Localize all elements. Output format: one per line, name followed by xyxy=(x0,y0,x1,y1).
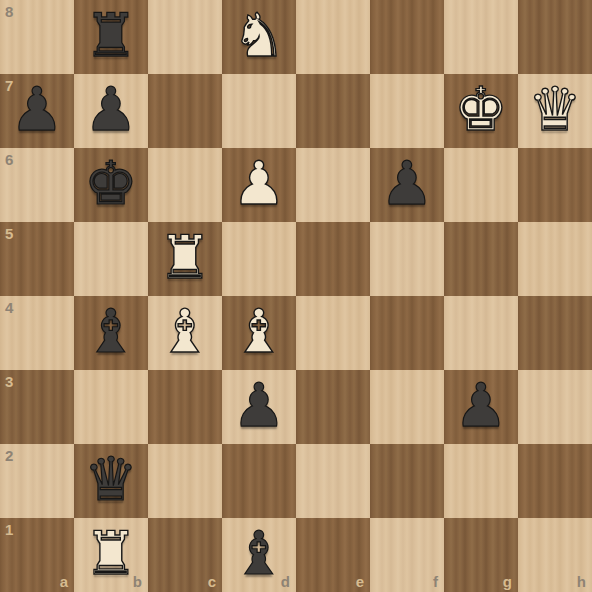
square-h4[interactable] xyxy=(518,296,592,370)
piece-white-knight[interactable]: ♞ xyxy=(232,5,286,65)
square-f7[interactable] xyxy=(370,74,444,148)
square-b1[interactable]: b♜ xyxy=(74,518,148,592)
square-b6[interactable]: ♚ xyxy=(74,148,148,222)
piece-black-pawn[interactable]: ♟ xyxy=(10,79,64,139)
piece-white-bishop[interactable]: ♝ xyxy=(158,301,212,361)
square-g3[interactable]: ♟ xyxy=(444,370,518,444)
square-h7[interactable]: ♛ xyxy=(518,74,592,148)
square-d8[interactable]: ♞ xyxy=(222,0,296,74)
square-e6[interactable] xyxy=(296,148,370,222)
square-h2[interactable] xyxy=(518,444,592,518)
square-g7[interactable]: ♚ xyxy=(444,74,518,148)
square-d1[interactable]: d♝ xyxy=(222,518,296,592)
piece-white-bishop[interactable]: ♝ xyxy=(232,301,286,361)
piece-white-rook[interactable]: ♜ xyxy=(84,523,138,583)
square-g4[interactable] xyxy=(444,296,518,370)
file-label: h xyxy=(577,574,586,589)
square-c3[interactable] xyxy=(148,370,222,444)
square-f6[interactable]: ♟ xyxy=(370,148,444,222)
square-h1[interactable]: h xyxy=(518,518,592,592)
square-c8[interactable] xyxy=(148,0,222,74)
file-label: e xyxy=(356,574,364,589)
square-f8[interactable] xyxy=(370,0,444,74)
square-g5[interactable] xyxy=(444,222,518,296)
square-h5[interactable] xyxy=(518,222,592,296)
square-g6[interactable] xyxy=(444,148,518,222)
square-a1[interactable]: 1a xyxy=(0,518,74,592)
square-c7[interactable] xyxy=(148,74,222,148)
square-b2[interactable]: ♛ xyxy=(74,444,148,518)
rank-label: 5 xyxy=(5,226,13,241)
square-h3[interactable] xyxy=(518,370,592,444)
piece-black-bishop[interactable]: ♝ xyxy=(84,301,138,361)
square-a5[interactable]: 5 xyxy=(0,222,74,296)
square-c6[interactable] xyxy=(148,148,222,222)
piece-black-rook[interactable]: ♜ xyxy=(84,5,138,65)
square-d7[interactable] xyxy=(222,74,296,148)
rank-label: 6 xyxy=(5,152,13,167)
square-a2[interactable]: 2 xyxy=(0,444,74,518)
file-label: c xyxy=(208,574,216,589)
square-d6[interactable]: ♟ xyxy=(222,148,296,222)
rank-label: 2 xyxy=(5,448,13,463)
square-f4[interactable] xyxy=(370,296,444,370)
file-label: g xyxy=(503,574,512,589)
square-a7[interactable]: 7♟ xyxy=(0,74,74,148)
square-a3[interactable]: 3 xyxy=(0,370,74,444)
square-h8[interactable] xyxy=(518,0,592,74)
piece-black-queen[interactable]: ♛ xyxy=(84,449,138,509)
chess-board: 8♜♞7♟♟♚♛6♚♟♟5♜4♝♝♝3♟♟2♛1ab♜cd♝efgh xyxy=(0,0,592,592)
square-h6[interactable] xyxy=(518,148,592,222)
piece-black-king[interactable]: ♚ xyxy=(84,153,138,213)
square-c4[interactable]: ♝ xyxy=(148,296,222,370)
square-c1[interactable]: c xyxy=(148,518,222,592)
square-f3[interactable] xyxy=(370,370,444,444)
file-label: a xyxy=(60,574,68,589)
file-label: f xyxy=(433,574,438,589)
piece-black-pawn[interactable]: ♟ xyxy=(232,375,286,435)
square-g2[interactable] xyxy=(444,444,518,518)
piece-black-pawn[interactable]: ♟ xyxy=(380,153,434,213)
piece-white-king[interactable]: ♚ xyxy=(454,79,508,139)
piece-black-pawn[interactable]: ♟ xyxy=(84,79,138,139)
square-e4[interactable] xyxy=(296,296,370,370)
rank-label: 1 xyxy=(5,522,13,537)
square-a6[interactable]: 6 xyxy=(0,148,74,222)
square-e5[interactable] xyxy=(296,222,370,296)
square-e3[interactable] xyxy=(296,370,370,444)
piece-white-queen[interactable]: ♛ xyxy=(528,79,582,139)
square-e7[interactable] xyxy=(296,74,370,148)
square-f1[interactable]: f xyxy=(370,518,444,592)
square-b7[interactable]: ♟ xyxy=(74,74,148,148)
square-e2[interactable] xyxy=(296,444,370,518)
square-e8[interactable] xyxy=(296,0,370,74)
square-b8[interactable]: ♜ xyxy=(74,0,148,74)
square-c2[interactable] xyxy=(148,444,222,518)
square-a4[interactable]: 4 xyxy=(0,296,74,370)
square-g8[interactable] xyxy=(444,0,518,74)
rank-label: 8 xyxy=(5,4,13,19)
piece-black-pawn[interactable]: ♟ xyxy=(454,375,508,435)
square-a8[interactable]: 8 xyxy=(0,0,74,74)
square-d4[interactable]: ♝ xyxy=(222,296,296,370)
square-f2[interactable] xyxy=(370,444,444,518)
rank-label: 4 xyxy=(5,300,13,315)
square-d3[interactable]: ♟ xyxy=(222,370,296,444)
piece-white-pawn[interactable]: ♟ xyxy=(232,153,286,213)
piece-white-rook[interactable]: ♜ xyxy=(158,227,212,287)
square-c5[interactable]: ♜ xyxy=(148,222,222,296)
square-d2[interactable] xyxy=(222,444,296,518)
square-b5[interactable] xyxy=(74,222,148,296)
square-g1[interactable]: g xyxy=(444,518,518,592)
square-f5[interactable] xyxy=(370,222,444,296)
square-b3[interactable] xyxy=(74,370,148,444)
rank-label: 3 xyxy=(5,374,13,389)
piece-black-bishop[interactable]: ♝ xyxy=(232,523,286,583)
square-b4[interactable]: ♝ xyxy=(74,296,148,370)
square-d5[interactable] xyxy=(222,222,296,296)
square-e1[interactable]: e xyxy=(296,518,370,592)
